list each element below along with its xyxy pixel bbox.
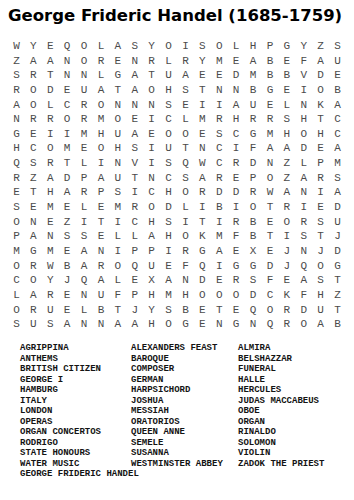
grid-cell-r7c12: E [194,127,211,142]
grid-cell-r17c2: O [25,273,42,288]
grid-cell-r10c13: R [211,171,228,186]
grid-cell-r18c2: A [25,288,42,303]
grid-cell-r2c10: L [160,54,177,69]
grid-cell-r19c1: O [8,303,25,318]
grid-cell-r18c14: O [228,288,245,303]
word-list-item: STATE HONOURS [20,448,130,459]
grid-cell-r19c9: Y [143,303,160,318]
grid-cell-r18c19: H [312,288,329,303]
grid-cell-r5c12: I [194,98,211,113]
grid-cell-r14c13: M [211,229,228,244]
grid-cell-r17c6: A [92,273,109,288]
grid-cell-r7c7: U [109,127,126,142]
grid-cell-r8c19: E [312,141,329,156]
grid-cell-r2c16: B [261,54,278,69]
grid-cell-r4c13: N [211,83,228,98]
grid-cell-r5c4: C [59,98,76,113]
word-list-footer: GEORGE FRIDERIC HANDEL [20,469,139,480]
grid-cell-r12c16: T [261,200,278,215]
grid-cell-r1c13: O [211,39,228,54]
grid-cell-r9c2: S [25,156,42,171]
grid-cell-r1c1: W [8,39,25,54]
grid-cell-r1c2: Y [25,39,42,54]
grid-cell-r16c8: Q [126,259,143,274]
grid-cell-r18c3: R [42,288,59,303]
grid-cell-r16c18: Q [295,259,312,274]
grid-cell-r8c11: T [177,141,194,156]
grid-cell-r2c9: R [143,54,160,69]
grid-cell-r17c11: N [177,273,194,288]
grid-cell-r19c20: T [329,303,346,318]
grid-cell-r5c7: N [109,98,126,113]
grid-cell-r11c8: I [126,185,143,200]
grid-cell-r19c6: B [92,303,109,318]
grid-cell-r15c16: E [261,244,278,259]
grid-cell-r3c9: T [143,68,160,83]
grid-cell-r15c10: I [160,244,177,259]
word-list-item: JOSHUA [131,396,237,407]
grid-cell-r14c2: A [25,229,42,244]
word-list-column-1: AGRIPPINAANTHEMSBRITISH CITIZENGEORGE IH… [20,343,130,469]
grid-cell-r9c8: V [126,156,143,171]
grid-cell-r8c14: I [228,141,245,156]
grid-cell-r19c8: J [126,303,143,318]
grid-cell-r17c5: Q [76,273,93,288]
grid-cell-r20c14: G [228,317,245,332]
grid-cell-r3c17: B [278,68,295,83]
grid-cell-r8c2: C [25,141,42,156]
grid-cell-r18c9: H [143,288,160,303]
grid-cell-r11c4: A [59,185,76,200]
word-list-item: AGRIPPINA [20,343,130,354]
grid-cell-r9c19: P [312,156,329,171]
grid-cell-r4c19: O [312,83,329,98]
grid-cell-r17c13: E [211,273,228,288]
grid-cell-r11c2: T [25,185,42,200]
grid-cell-r9c5: L [76,156,93,171]
grid-cell-r11c17: A [278,185,295,200]
grid-cell-r8c8: S [126,141,143,156]
grid-cell-r2c6: R [92,54,109,69]
grid-cell-r17c20: T [329,273,346,288]
grid-cell-r15c8: P [126,244,143,259]
grid-cell-r20c2: U [25,317,42,332]
grid-cell-r15c6: N [92,244,109,259]
grid-cell-r13c1: O [8,215,25,230]
grid-cell-r1c12: S [194,39,211,54]
grid-cell-r16c11: F [177,259,194,274]
grid-cell-r3c12: E [194,68,211,83]
grid-cell-r8c7: H [109,141,126,156]
grid-cell-r3c6: L [92,68,109,83]
grid-cell-r14c12: K [194,229,211,244]
grid-cell-r2c5: O [76,54,93,69]
grid-cell-r16c4: B [59,259,76,274]
grid-cell-r6c17: S [278,112,295,127]
word-list-item: MESSIAH [131,406,237,417]
word-list-item: WESTMINSTER ABBEY [131,459,237,470]
word-list-item: ORATORIOS [131,417,237,428]
grid-cell-r19c16: O [261,303,278,318]
grid-cell-r15c5: A [76,244,93,259]
word-list-item: HALLE [238,375,354,386]
grid-cell-r4c6: A [92,83,109,98]
grid-cell-r3c16: B [261,68,278,83]
grid-cell-r20c13: N [211,317,228,332]
grid-cell-r16c2: R [25,259,42,274]
grid-cell-r8c20: A [329,141,346,156]
grid-cell-r7c3: I [42,127,59,142]
word-search-grid: WYEQOLASYOISOLHPGYZSZAANORENRLRYMEABEFAU… [8,39,346,332]
grid-cell-r16c5: A [76,259,93,274]
grid-cell-r8c9: I [143,141,160,156]
grid-cell-r13c5: I [76,215,93,230]
grid-cell-r5c3: L [42,98,59,113]
grid-cell-r20c11: G [177,317,194,332]
grid-cell-r12c9: O [143,200,160,215]
word-list-item: WATER MUSIC [20,459,130,470]
grid-cell-r2c12: Y [194,54,211,69]
grid-cell-r1c14: L [228,39,245,54]
grid-cell-r2c20: U [329,54,346,69]
grid-cell-r19c17: R [278,303,295,318]
grid-cell-r15c9: P [143,244,160,259]
grid-cell-r17c15: S [245,273,262,288]
grid-cell-r11c14: D [228,185,245,200]
grid-cell-r20c19: A [312,317,329,332]
grid-cell-r9c15: D [245,156,262,171]
grid-cell-r6c12: M [194,112,211,127]
grid-cell-r6c19: T [312,112,329,127]
grid-cell-r2c7: E [109,54,126,69]
word-list-item: LONDON [20,406,130,417]
grid-cell-r18c17: K [278,288,295,303]
word-list-item: SUSANNA [131,448,237,459]
grid-cell-r10c16: O [261,171,278,186]
grid-cell-r3c19: D [312,68,329,83]
grid-cell-r2c14: E [228,54,245,69]
word-list-item: ALEXANDERS FEAST [131,343,237,354]
grid-cell-r3c4: N [59,68,76,83]
grid-cell-r6c3: R [42,112,59,127]
grid-cell-r20c1: S [8,317,25,332]
grid-cell-r14c20: J [329,229,346,244]
grid-cell-r3c3: T [42,68,59,83]
grid-cell-r1c3: E [42,39,59,54]
grid-cell-r12c4: E [59,200,76,215]
grid-cell-r13c15: B [245,215,262,230]
grid-cell-r20c7: A [109,317,126,332]
grid-cell-r10c18: A [295,171,312,186]
grid-cell-r1c6: L [92,39,109,54]
word-list-item: VIOLIN [238,448,354,459]
grid-cell-r16c17: J [278,259,295,274]
grid-cell-r3c10: U [160,68,177,83]
grid-cell-r13c7: I [109,215,126,230]
grid-cell-r11c13: D [211,185,228,200]
grid-cell-r13c18: R [295,215,312,230]
grid-cell-r6c15: R [245,112,262,127]
grid-cell-r19c19: U [312,303,329,318]
word-list-item: RODRIGO [20,438,130,449]
grid-cell-r2c18: F [295,54,312,69]
grid-cell-r14c18: S [295,229,312,244]
grid-cell-r10c9: N [143,171,160,186]
grid-cell-r9c6: I [92,156,109,171]
grid-cell-r7c2: E [25,127,42,142]
grid-cell-r12c18: I [295,200,312,215]
grid-cell-r13c13: I [211,215,228,230]
grid-cell-r10c14: E [228,171,245,186]
grid-cell-r6c1: N [8,112,25,127]
word-list-item: ITALY [20,396,130,407]
grid-cell-r20c18: O [295,317,312,332]
grid-cell-r7c13: S [211,127,228,142]
grid-cell-r13c3: E [42,215,59,230]
grid-cell-r4c15: B [245,83,262,98]
word-list-item: ZADOK THE PRIEST [238,459,354,470]
grid-cell-r14c5: S [76,229,93,244]
grid-cell-r7c20: C [329,127,346,142]
grid-cell-r12c5: L [76,200,93,215]
grid-cell-r5c15: U [245,98,262,113]
grid-cell-r15c3: M [42,244,59,259]
grid-cell-r19c12: E [194,303,211,318]
word-list-item: QUEEN ANNE [131,427,237,438]
grid-cell-r4c1: R [8,83,25,98]
grid-cell-r19c7: T [109,303,126,318]
grid-cell-r3c20: E [329,68,346,83]
word-list-item: ANTHEMS [20,354,130,365]
grid-cell-r12c14: I [228,200,245,215]
grid-cell-r20c8: A [126,317,143,332]
grid-cell-r20c9: H [143,317,160,332]
grid-cell-r20c12: E [194,317,211,332]
grid-cell-r4c4: E [59,83,76,98]
grid-cell-r19c14: E [228,303,245,318]
grid-cell-r14c10: H [160,229,177,244]
grid-cell-r4c11: S [177,83,194,98]
grid-cell-r10c10: C [160,171,177,186]
word-list-item: ORGAN CONCERTOS [20,427,130,438]
grid-cell-r13c9: H [143,215,160,230]
grid-cell-r18c1: L [8,288,25,303]
grid-cell-r3c7: G [109,68,126,83]
grid-cell-r11c11: O [177,185,194,200]
grid-cell-r12c20: D [329,200,346,215]
grid-cell-r9c11: Q [177,156,194,171]
grid-cell-r17c1: C [8,273,25,288]
grid-cell-r19c11: B [177,303,194,318]
grid-cell-r20c5: N [76,317,93,332]
grid-cell-r11c20: A [329,185,346,200]
grid-cell-r16c3: W [42,259,59,274]
grid-cell-r19c18: D [295,303,312,318]
grid-cell-r5c20: A [329,98,346,113]
grid-cell-r12c6: E [92,200,109,215]
grid-cell-r11c19: I [312,185,329,200]
grid-cell-r18c6: U [92,288,109,303]
grid-cell-r3c1: S [8,68,25,83]
grid-cell-r2c19: A [312,54,329,69]
grid-cell-r18c18: F [295,288,312,303]
grid-cell-r8c17: A [278,141,295,156]
grid-cell-r6c13: R [211,112,228,127]
grid-cell-r10c8: T [126,171,143,186]
grid-cell-r8c16: A [261,141,278,156]
grid-cell-r12c8: R [126,200,143,215]
grid-cell-r4c20: B [329,83,346,98]
grid-cell-r5c9: N [143,98,160,113]
grid-cell-r9c9: I [143,156,160,171]
word-list-column-3: ALMIRABELSHAZZARFUNERALHALLEHERCULESJUDA… [238,343,354,469]
grid-cell-r7c4: I [59,127,76,142]
grid-cell-r14c6: E [92,229,109,244]
grid-cell-r5c19: K [312,98,329,113]
grid-cell-r4c2: O [25,83,42,98]
grid-cell-r10c5: P [76,171,93,186]
grid-cell-r13c12: T [194,215,211,230]
grid-cell-r10c17: Z [278,171,295,186]
grid-cell-r15c11: R [177,244,194,259]
grid-cell-r20c10: O [160,317,177,332]
grid-cell-r3c15: M [245,68,262,83]
grid-cell-r9c3: R [42,156,59,171]
grid-cell-r5c11: E [177,98,194,113]
grid-cell-r16c1: O [8,259,25,274]
grid-cell-r6c8: E [126,112,143,127]
grid-cell-r15c19: J [312,244,329,259]
grid-cell-r4c7: T [109,83,126,98]
grid-cell-r6c16: R [261,112,278,127]
grid-cell-r6c20: C [329,112,346,127]
grid-cell-r10c3: A [42,171,59,186]
word-list-column-2: ALEXANDERS FEASTBAROQUECOMPOSERGERMANHAR… [131,343,237,469]
grid-cell-r15c7: I [109,244,126,259]
grid-cell-r6c11: L [177,112,194,127]
grid-cell-r14c1: P [8,229,25,244]
grid-cell-r9c12: W [194,156,211,171]
grid-cell-r15c17: J [278,244,295,259]
grid-cell-r10c4: D [59,171,76,186]
grid-cell-r19c5: L [76,303,93,318]
grid-cell-r8c10: U [160,141,177,156]
grid-cell-r9c10: S [160,156,177,171]
grid-cell-r10c11: S [177,171,194,186]
grid-cell-r20c16: Q [261,317,278,332]
grid-cell-r4c3: D [42,83,59,98]
grid-cell-r11c9: C [143,185,160,200]
grid-cell-r9c20: M [329,156,346,171]
grid-cell-r6c7: O [109,112,126,127]
grid-cell-r2c13: M [211,54,228,69]
grid-cell-r11c12: R [194,185,211,200]
grid-cell-r9c13: C [211,156,228,171]
grid-cell-r17c4: J [59,273,76,288]
grid-cell-r7c17: H [278,127,295,142]
grid-cell-r12c19: E [312,200,329,215]
grid-cell-r5c1: A [8,98,25,113]
grid-cell-r4c8: A [126,83,143,98]
grid-cell-r16c7: O [109,259,126,274]
grid-cell-r15c2: G [25,244,42,259]
grid-cell-r14c8: L [126,229,143,244]
word-list-item: HERCULES [238,385,354,396]
grid-cell-r12c10: D [160,200,177,215]
grid-cell-r5c8: N [126,98,143,113]
grid-cell-r7c9: E [143,127,160,142]
grid-cell-r11c6: P [92,185,109,200]
grid-cell-r4c5: U [76,83,93,98]
grid-cell-r4c17: E [278,83,295,98]
grid-cell-r1c11: I [177,39,194,54]
grid-cell-r2c3: A [42,54,59,69]
grid-cell-r20c4: A [59,317,76,332]
grid-cell-r19c13: T [211,303,228,318]
grid-cell-r17c3: Y [42,273,59,288]
grid-cell-r18c7: F [109,288,126,303]
grid-cell-r14c16: T [261,229,278,244]
grid-cell-r1c15: H [245,39,262,54]
grid-cell-r16c12: Q [194,259,211,274]
grid-cell-r3c13: E [211,68,228,83]
grid-cell-r13c20: U [329,215,346,230]
grid-cell-r1c20: S [329,39,346,54]
grid-cell-r19c4: E [59,303,76,318]
grid-cell-r13c19: S [312,215,329,230]
grid-cell-r18c8: P [126,288,143,303]
grid-cell-r12c1: S [8,200,25,215]
grid-cell-r2c8: N [126,54,143,69]
grid-cell-r14c4: S [59,229,76,244]
grid-cell-r17c17: E [278,273,295,288]
grid-cell-r1c5: O [76,39,93,54]
grid-cell-r1c16: P [261,39,278,54]
grid-cell-r12c7: M [109,200,126,215]
grid-cell-r2c4: N [59,54,76,69]
grid-cell-r19c3: U [42,303,59,318]
grid-cell-r15c1: M [8,244,25,259]
grid-cell-r15c4: E [59,244,76,259]
grid-cell-r18c5: N [76,288,93,303]
grid-cell-r9c7: N [109,156,126,171]
word-list-item: RINALDO [238,427,354,438]
grid-cell-r17c18: A [295,273,312,288]
grid-cell-r15c18: N [295,244,312,259]
grid-cell-r9c17: Z [278,156,295,171]
grid-cell-r9c16: N [261,156,278,171]
grid-cell-r4c12: T [194,83,211,98]
grid-cell-r19c15: Q [245,303,262,318]
word-list-item: ORGAN [238,417,354,428]
grid-cell-r15c20: D [329,244,346,259]
grid-cell-r8c15: F [245,141,262,156]
grid-cell-r7c19: H [312,127,329,142]
grid-cell-r5c10: S [160,98,177,113]
grid-cell-r4c9: O [143,83,160,98]
grid-cell-r13c14: R [228,215,245,230]
grid-cell-r14c7: L [109,229,126,244]
grid-cell-r8c18: D [295,141,312,156]
word-list-item: HARPSICHORD [131,385,237,396]
grid-cell-r17c19: S [312,273,329,288]
grid-cell-r13c17: O [278,215,295,230]
grid-cell-r7c8: A [126,127,143,142]
grid-cell-r17c16: F [261,273,278,288]
grid-cell-r13c2: N [25,215,42,230]
word-list-item: SEMELE [131,438,237,449]
grid-cell-r8c4: M [59,141,76,156]
